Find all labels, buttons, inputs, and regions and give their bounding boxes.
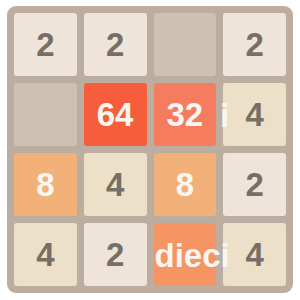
tile-r1c4: 2 (223, 13, 286, 76)
screenshot-root: 2 2 2 64 32 i 4 8 4 8 (0, 0, 300, 300)
tile-value: 2 (106, 238, 124, 271)
tile-r4c2: 2 (84, 223, 147, 286)
tile-r2c3: 32 i (154, 83, 217, 146)
tile-r3c2: 4 (84, 153, 147, 216)
tile-r4c3: dieci (154, 223, 217, 286)
tile-r3c3: 8 (154, 153, 217, 216)
tile-value: 4 (245, 238, 263, 271)
tile-r3c4: 2 (223, 153, 286, 216)
tile-r2c4: 4 (223, 83, 286, 146)
tile-value: 4 (245, 98, 263, 131)
tile-overflow-text: i (220, 98, 229, 131)
tile-value: 64 (97, 98, 134, 131)
tile-value: 2 (245, 28, 263, 61)
tile-value: 2 (36, 28, 54, 61)
tile-r2c2: 64 (84, 83, 147, 146)
tile-value: 4 (106, 168, 124, 201)
tile-value: 2 (106, 28, 124, 61)
tile-value: 8 (176, 168, 194, 201)
tile-value: dieci (155, 238, 230, 271)
tile-r1c1: 2 (14, 13, 77, 76)
tile-r4c4: 4 (223, 223, 286, 286)
empty-cell-r2c1 (14, 83, 77, 146)
empty-cell-r1c3 (154, 13, 217, 76)
tile-value: 32 (167, 98, 204, 131)
tile-r4c1: 4 (14, 223, 77, 286)
tile-value: 8 (36, 168, 54, 201)
tile-r1c2: 2 (84, 13, 147, 76)
tile-r3c1: 8 (14, 153, 77, 216)
tile-value: 2 (245, 168, 263, 201)
tile-value: 4 (36, 238, 54, 271)
game-board[interactable]: 2 2 2 64 32 i 4 8 4 8 (7, 6, 293, 293)
